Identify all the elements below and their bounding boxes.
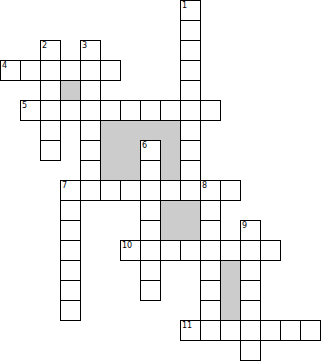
crossword-cell[interactable] [60,260,81,281]
crossword-cell[interactable] [40,60,61,81]
crossword-cell[interactable]: 4 [0,60,21,81]
crossword-cell[interactable]: 6 [140,140,161,161]
blocked-cell [160,220,181,241]
crossword-cell[interactable] [40,140,61,161]
crossword-cell[interactable]: 10 [120,240,141,261]
clue-number: 3 [82,41,87,50]
crossword-cell[interactable] [220,240,241,261]
crossword-cell[interactable] [160,240,181,261]
crossword-cell[interactable]: 3 [80,40,101,61]
crossword-cell[interactable] [140,160,161,181]
crossword-cell[interactable] [180,40,201,61]
crossword-cell[interactable] [140,100,161,121]
crossword-cell[interactable] [200,100,221,121]
crossword-puzzle: 1234567891011 [0,0,321,361]
blocked-cell [100,140,121,161]
crossword-cell[interactable] [160,100,181,121]
crossword-cell[interactable] [240,280,261,301]
crossword-cell[interactable] [80,160,101,181]
crossword-cell[interactable] [80,140,101,161]
crossword-cell[interactable] [140,180,161,201]
blocked-cell [160,120,181,141]
clue-number: 11 [182,321,192,330]
crossword-cell[interactable] [240,240,261,261]
crossword-cell[interactable] [40,100,61,121]
clue-number: 9 [242,221,247,230]
crossword-cell[interactable] [200,240,221,261]
blocked-cell [160,140,181,161]
clue-number: 1 [182,1,187,10]
blocked-cell [120,140,141,161]
blocked-cell [100,120,121,141]
crossword-cell[interactable] [60,300,81,321]
blocked-cell [220,300,241,321]
clue-number: 5 [22,101,27,110]
clue-number: 8 [202,181,207,190]
crossword-cell[interactable] [120,100,141,121]
crossword-cell[interactable] [120,180,141,201]
crossword-cell[interactable] [280,320,301,341]
blocked-cell [120,120,141,141]
clue-number: 10 [122,241,132,250]
blocked-cell [220,260,241,281]
crossword-cell[interactable]: 7 [60,180,81,201]
crossword-cell[interactable] [200,300,221,321]
crossword-cell[interactable] [180,140,201,161]
crossword-cell[interactable] [60,240,81,261]
crossword-cell[interactable]: 8 [200,180,221,201]
crossword-cell[interactable] [300,320,321,341]
crossword-cell[interactable] [140,220,161,241]
blocked-cell [180,200,201,221]
crossword-cell[interactable] [180,120,201,141]
crossword-cell[interactable] [40,80,61,101]
blocked-cell [160,160,181,181]
crossword-cell[interactable] [200,220,221,241]
crossword-cell[interactable] [60,60,81,81]
crossword-cell[interactable] [260,240,281,261]
crossword-cell[interactable] [20,60,41,81]
blocked-cell [180,220,201,241]
crossword-cell[interactable]: 5 [20,100,41,121]
blocked-cell [100,160,121,181]
clue-number: 4 [2,61,7,70]
crossword-cell[interactable] [240,260,261,281]
crossword-cell[interactable] [180,240,201,261]
blocked-cell [60,80,81,101]
crossword-cell[interactable] [80,80,101,101]
crossword-cell[interactable] [180,60,201,81]
crossword-board: 1234567891011 [0,0,321,361]
crossword-cell[interactable] [220,320,241,341]
crossword-cell[interactable] [180,80,201,101]
crossword-cell[interactable] [80,120,101,141]
crossword-cell[interactable] [180,100,201,121]
crossword-cell[interactable]: 2 [40,40,61,61]
crossword-cell[interactable] [80,100,101,121]
crossword-cell[interactable] [240,320,261,341]
blocked-cell [160,200,181,221]
crossword-cell[interactable] [180,180,201,201]
crossword-cell[interactable]: 11 [180,320,201,341]
crossword-cell[interactable] [160,180,181,201]
crossword-cell[interactable] [180,20,201,41]
crossword-cell[interactable] [240,300,261,321]
crossword-cell[interactable] [100,60,121,81]
blocked-cell [140,120,161,141]
crossword-cell[interactable] [140,240,161,261]
crossword-cell[interactable] [240,340,261,361]
blocked-cell [120,160,141,181]
crossword-cell[interactable] [60,280,81,301]
crossword-cell[interactable] [100,100,121,121]
crossword-cell[interactable]: 1 [180,0,201,21]
crossword-cell[interactable] [200,260,221,281]
crossword-cell[interactable] [140,260,161,281]
crossword-cell[interactable] [140,280,161,301]
crossword-cell[interactable] [60,200,81,221]
crossword-cell[interactable] [200,200,221,221]
crossword-cell[interactable] [60,100,81,121]
blocked-cell [220,280,241,301]
clue-number: 7 [62,181,67,190]
clue-number: 2 [42,41,47,50]
crossword-cell[interactable] [80,180,101,201]
crossword-cell[interactable] [260,320,281,341]
crossword-cell[interactable] [220,180,241,201]
crossword-cell[interactable] [80,60,101,81]
crossword-cell[interactable]: 9 [240,220,261,241]
crossword-cell[interactable] [100,180,121,201]
crossword-cell[interactable] [140,200,161,221]
crossword-cell[interactable] [180,160,201,181]
crossword-cell[interactable] [60,220,81,241]
clue-number: 6 [142,141,147,150]
crossword-cell[interactable] [200,320,221,341]
crossword-cell[interactable] [40,120,61,141]
crossword-cell[interactable] [200,280,221,301]
